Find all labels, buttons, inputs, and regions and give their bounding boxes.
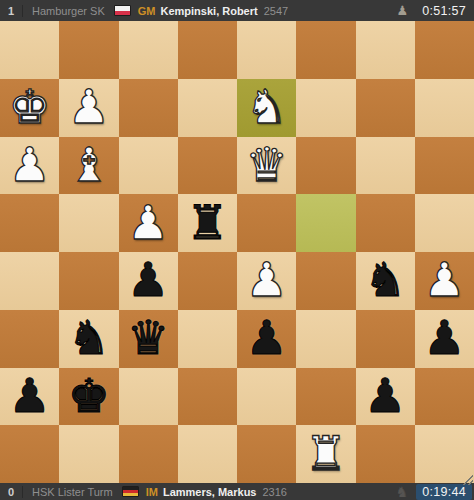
square-e4[interactable]: ♜: [178, 194, 237, 252]
top-player-rating: 2547: [264, 5, 288, 17]
square-f5[interactable]: ♟: [119, 252, 178, 310]
square-f8[interactable]: [119, 425, 178, 483]
square-e1[interactable]: [178, 21, 237, 79]
square-d5[interactable]: ♟: [237, 252, 296, 310]
white-pawn: ♟: [127, 199, 169, 246]
top-score: 1: [0, 5, 23, 17]
black-pawn: ♟: [423, 314, 465, 361]
square-b5[interactable]: ♞: [356, 252, 415, 310]
square-e7[interactable]: [178, 368, 237, 426]
white-pawn: ♟: [9, 141, 51, 188]
resize-grip-icon[interactable]: [463, 475, 473, 485]
square-h3[interactable]: ♟: [0, 137, 59, 195]
square-f3[interactable]: [119, 137, 178, 195]
square-c2[interactable]: [296, 79, 355, 137]
square-b1[interactable]: [356, 21, 415, 79]
square-h1[interactable]: [0, 21, 59, 79]
square-h2[interactable]: ♚: [0, 79, 59, 137]
white-bishop: ♝: [68, 141, 110, 188]
bottom-player-name: Lammers, Markus: [163, 486, 257, 498]
square-f7[interactable]: [119, 368, 178, 426]
square-e6[interactable]: [178, 310, 237, 368]
square-g4[interactable]: [59, 194, 118, 252]
square-h4[interactable]: [0, 194, 59, 252]
bottom-player-bar: 0 HSK Lister Turm IM Lammers, Markus 231…: [0, 483, 474, 500]
white-pawn: ♟: [246, 256, 288, 303]
white-king: ♚: [9, 83, 51, 130]
square-b2[interactable]: [356, 79, 415, 137]
square-c7[interactable]: [296, 368, 355, 426]
square-a3[interactable]: [415, 137, 474, 195]
white-pawn: ♟: [423, 256, 465, 303]
top-player-name: Kempinski, Robert: [161, 5, 258, 17]
black-rook: ♜: [186, 199, 228, 246]
live-chess-board-widget: 1 Hamburger SK GM Kempinski, Robert 2547…: [0, 0, 474, 500]
black-king: ♚: [68, 372, 110, 419]
square-b3[interactable]: [356, 137, 415, 195]
square-d7[interactable]: [237, 368, 296, 426]
square-c1[interactable]: [296, 21, 355, 79]
square-h7[interactable]: ♟: [0, 368, 59, 426]
square-h6[interactable]: [0, 310, 59, 368]
white-pawn-icon: ♟: [397, 4, 409, 17]
black-knight: ♞: [364, 256, 406, 303]
square-g8[interactable]: [59, 425, 118, 483]
bottom-player-clock: 0:19:44: [416, 484, 472, 500]
square-c4[interactable]: [296, 194, 355, 252]
square-b7[interactable]: ♟: [356, 368, 415, 426]
square-c5[interactable]: [296, 252, 355, 310]
germany-flag-icon: [122, 486, 139, 497]
square-a5[interactable]: ♟: [415, 252, 474, 310]
top-player-clock: 0:51:57: [416, 3, 472, 19]
square-e5[interactable]: [178, 252, 237, 310]
square-b4[interactable]: [356, 194, 415, 252]
square-g5[interactable]: [59, 252, 118, 310]
square-a7[interactable]: [415, 368, 474, 426]
square-e8[interactable]: [178, 425, 237, 483]
square-d3[interactable]: ♛: [237, 137, 296, 195]
square-c8[interactable]: ♜: [296, 425, 355, 483]
square-d6[interactable]: ♟: [237, 310, 296, 368]
square-b6[interactable]: [356, 310, 415, 368]
square-c6[interactable]: [296, 310, 355, 368]
square-d2[interactable]: ♞: [237, 79, 296, 137]
black-pawn: ♟: [364, 372, 406, 419]
square-g6[interactable]: ♞: [59, 310, 118, 368]
square-g7[interactable]: ♚: [59, 368, 118, 426]
square-h8[interactable]: [0, 425, 59, 483]
black-knight-icon: ♞: [396, 485, 409, 499]
square-f6[interactable]: ♛: [119, 310, 178, 368]
square-g2[interactable]: ♟: [59, 79, 118, 137]
white-queen: ♛: [246, 141, 288, 188]
square-e3[interactable]: [178, 137, 237, 195]
square-c3[interactable]: [296, 137, 355, 195]
square-b8[interactable]: [356, 425, 415, 483]
black-pawn: ♟: [127, 256, 169, 303]
black-pawn: ♟: [9, 372, 51, 419]
bottom-player-rating: 2316: [262, 486, 286, 498]
square-d8[interactable]: [237, 425, 296, 483]
white-pawn: ♟: [68, 83, 110, 130]
square-h5[interactable]: [0, 252, 59, 310]
square-d1[interactable]: [237, 21, 296, 79]
bottom-team-name: HSK Lister Turm: [32, 486, 113, 498]
square-a4[interactable]: [415, 194, 474, 252]
white-knight: ♞: [246, 83, 288, 130]
black-queen: ♛: [127, 314, 169, 361]
square-f2[interactable]: [119, 79, 178, 137]
bottom-score: 0: [0, 486, 23, 498]
top-team-name: Hamburger SK: [32, 5, 105, 17]
top-player-bar: 1 Hamburger SK GM Kempinski, Robert 2547…: [0, 0, 474, 21]
black-pawn: ♟: [246, 314, 288, 361]
square-f4[interactable]: ♟: [119, 194, 178, 252]
white-rook: ♜: [305, 430, 347, 477]
square-f1[interactable]: [119, 21, 178, 79]
poland-flag-icon: [114, 5, 131, 16]
square-g3[interactable]: ♝: [59, 137, 118, 195]
square-g1[interactable]: [59, 21, 118, 79]
square-a1[interactable]: [415, 21, 474, 79]
square-a2[interactable]: [415, 79, 474, 137]
bottom-player-title: IM: [146, 486, 158, 498]
square-e2[interactable]: [178, 79, 237, 137]
square-d4[interactable]: [237, 194, 296, 252]
chess-board: ♚♟♞♟♝♛♟♜♟♟♞♟♞♛♟♟♟♚♟♜: [0, 21, 474, 483]
square-a6[interactable]: ♟: [415, 310, 474, 368]
top-player-title: GM: [138, 5, 156, 17]
black-knight: ♞: [68, 314, 110, 361]
